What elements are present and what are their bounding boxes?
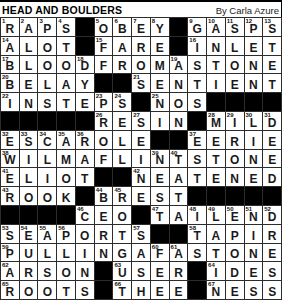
grid-cell[interactable]: 57S <box>132 225 150 243</box>
cell-letter: R <box>132 42 150 55</box>
grid-cell[interactable]: I <box>245 131 263 149</box>
grid-cell[interactable]: U <box>20 244 38 262</box>
grid-cell[interactable]: M <box>57 150 75 168</box>
cell-letter: E <box>76 98 94 111</box>
grid-cell[interactable]: 27S <box>132 112 150 130</box>
grid-cell[interactable]: 9G <box>188 18 206 36</box>
grid-cell[interactable]: O <box>38 187 56 205</box>
cell-letter: R <box>1 286 19 299</box>
grid-cell[interactable]: E <box>263 131 281 149</box>
grid-cell[interactable]: O <box>226 244 244 262</box>
grid-cell[interactable]: S <box>76 281 94 299</box>
cell-letter: T <box>207 154 225 167</box>
grid-cell[interactable]: O <box>20 281 38 299</box>
grid-cell[interactable]: E <box>132 187 150 205</box>
grid-cell[interactable]: 11S <box>226 18 244 36</box>
cell-letter: A <box>170 173 188 186</box>
grid-cell[interactable]: N <box>20 93 38 111</box>
cell-letter: E <box>151 42 169 55</box>
cell-letter: R <box>226 136 244 149</box>
grid-cell[interactable]: 12P <box>245 18 263 36</box>
grid-cell[interactable]: T <box>57 93 75 111</box>
cell-letter: E <box>151 286 169 299</box>
cell-letter: L <box>38 154 56 167</box>
grid-cell[interactable]: 47T <box>151 206 169 224</box>
cell-letter: T <box>207 248 225 261</box>
cell-letter: F <box>95 60 113 73</box>
grid-cell[interactable]: I <box>76 244 94 262</box>
grid-cell[interactable]: S <box>188 244 206 262</box>
black-cell <box>20 112 38 130</box>
cell-letter: I <box>20 154 38 167</box>
grid-cell[interactable]: L <box>113 150 131 168</box>
grid-cell[interactable]: A <box>113 37 131 55</box>
grid-cell[interactable]: S <box>188 93 206 111</box>
grid-cell[interactable]: 52D <box>263 206 281 224</box>
cell-letter: T <box>170 154 188 167</box>
cell-letter: N <box>151 154 169 167</box>
cell-letter: O <box>38 42 56 55</box>
grid-cell[interactable]: 24S <box>113 93 131 111</box>
cell-letter: R <box>113 60 131 73</box>
cell-letter: S <box>20 136 38 149</box>
cell-letter: O <box>38 60 56 73</box>
cell-letter: B <box>113 23 131 36</box>
grid-cell[interactable]: Y <box>76 74 94 92</box>
grid-cell[interactable]: N <box>245 56 263 74</box>
grid-cell[interactable]: E <box>263 56 281 74</box>
cell-letter: T <box>113 286 131 299</box>
cell-letter: A <box>1 42 19 55</box>
grid-cell[interactable]: 8Y <box>151 18 169 36</box>
grid-cell[interactable]: L <box>38 150 56 168</box>
grid-cell[interactable]: E <box>132 131 150 149</box>
cell-letter: S <box>188 60 206 73</box>
grid-cell[interactable]: R <box>20 262 38 280</box>
grid-cell[interactable]: 44B <box>95 187 113 205</box>
grid-cell[interactable]: F <box>95 150 113 168</box>
grid-cell[interactable]: O <box>170 93 188 111</box>
grid-cell[interactable]: D <box>226 262 244 280</box>
cell-letter: N <box>207 286 225 299</box>
grid-cell[interactable]: S <box>151 187 169 205</box>
grid-cell[interactable]: E <box>95 206 113 224</box>
grid-cell[interactable]: I <box>132 150 150 168</box>
puzzle-header: HEAD AND BOULDERS By Carla Azure <box>0 0 282 17</box>
grid-cell[interactable]: O <box>113 206 131 224</box>
grid-cell[interactable]: 23P <box>95 93 113 111</box>
grid-cell[interactable]: T <box>113 225 131 243</box>
grid-cell[interactable]: 63U <box>113 262 131 280</box>
grid-cell[interactable]: 67N <box>207 281 225 299</box>
grid-cell[interactable]: E <box>226 74 244 92</box>
grid-cell[interactable]: 46C <box>76 206 94 224</box>
grid-cell[interactable]: E <box>151 37 169 55</box>
grid-cell[interactable]: L <box>20 56 38 74</box>
cell-letter: A <box>170 60 188 73</box>
grid-cell[interactable]: L <box>113 131 131 149</box>
black-cell <box>170 37 188 55</box>
black-cell <box>76 187 94 205</box>
grid-cell[interactable]: I <box>38 168 56 186</box>
grid-cell[interactable]: E <box>263 150 281 168</box>
cell-letter: A <box>57 136 75 149</box>
black-cell <box>170 225 188 243</box>
cell-letter: O <box>76 230 94 243</box>
cell-letter: B <box>1 60 19 73</box>
grid-cell[interactable]: 65R <box>1 281 19 299</box>
grid-cell[interactable]: 64I <box>207 262 225 280</box>
grid-cell[interactable]: N <box>76 262 94 280</box>
cell-letter: S <box>113 98 131 111</box>
grid-cell[interactable]: E <box>151 74 169 92</box>
black-cell <box>20 206 38 224</box>
grid-cell[interactable]: N <box>207 37 225 55</box>
grid-cell[interactable]: O <box>76 225 94 243</box>
grid-cell[interactable]: S <box>245 281 263 299</box>
cell-letter: S <box>1 230 19 243</box>
grid-cell[interactable]: 34C <box>38 131 56 149</box>
grid-cell[interactable]: S <box>188 56 206 74</box>
grid-cell[interactable]: T <box>207 150 225 168</box>
grid-cell[interactable]: 29I <box>226 112 244 130</box>
black-cell <box>57 112 75 130</box>
grid-cell[interactable]: N <box>170 74 188 92</box>
grid-cell[interactable]: A <box>57 74 75 92</box>
grid-cell[interactable]: 18D <box>76 56 94 74</box>
grid-cell[interactable]: 48I <box>188 206 206 224</box>
grid-cell[interactable]: A <box>76 150 94 168</box>
cell-letter: O <box>57 267 75 280</box>
cell-letter: F <box>151 248 169 261</box>
grid-cell[interactable]: M <box>151 56 169 74</box>
grid-cell[interactable]: E <box>20 74 38 92</box>
cell-letter: E <box>207 173 225 186</box>
grid-cell[interactable]: R <box>226 131 244 149</box>
grid-cell[interactable]: E <box>207 168 225 186</box>
grid-cell[interactable]: 35A <box>57 131 75 149</box>
grid-cell[interactable]: 3P <box>38 18 56 36</box>
cell-letter: E <box>20 230 38 243</box>
grid-cell[interactable]: O <box>57 168 75 186</box>
cell-letter: A <box>170 248 188 261</box>
black-cell <box>95 74 113 92</box>
grid-cell[interactable]: R <box>113 56 131 74</box>
cell-letter: S <box>188 248 206 261</box>
grid-cell[interactable]: 16I <box>188 37 206 55</box>
cell-letter: D <box>263 211 281 224</box>
cell-letter: N <box>245 154 263 167</box>
cell-letter: G <box>113 248 131 261</box>
grid-cell[interactable]: 51N <box>245 206 263 224</box>
cell-letter: E <box>245 42 263 55</box>
cell-letter: A <box>38 230 56 243</box>
grid-cell[interactable]: E <box>113 112 131 130</box>
black-cell <box>76 112 94 130</box>
grid-cell[interactable]: 2A <box>20 18 38 36</box>
grid-cell[interactable]: 32E <box>1 131 19 149</box>
black-cell <box>76 18 94 36</box>
grid-cell[interactable]: T <box>188 74 206 92</box>
grid-cell[interactable]: S <box>38 262 56 280</box>
cell-letter: M <box>57 154 75 167</box>
cell-letter: P <box>1 248 19 261</box>
grid-cell[interactable]: 15F <box>95 37 113 55</box>
cell-letter: S <box>132 117 150 130</box>
cell-letter: E <box>245 173 263 186</box>
black-cell <box>132 206 150 224</box>
grid-cell[interactable]: L <box>20 168 38 186</box>
grid-cell[interactable]: 17B <box>1 56 19 74</box>
grid-cell[interactable]: H <box>132 281 150 299</box>
cell-letter: O <box>132 60 150 73</box>
grid-cell[interactable]: T <box>76 168 94 186</box>
cell-letter: T <box>263 42 281 55</box>
grid-cell[interactable]: A <box>170 206 188 224</box>
cell-letter: O <box>95 136 113 149</box>
grid-cell[interactable]: S <box>263 281 281 299</box>
grid-cell[interactable]: 66T <box>113 281 131 299</box>
cell-letter: N <box>245 60 263 73</box>
cell-letter: I <box>188 42 206 55</box>
grid-cell[interactable]: E <box>207 131 225 149</box>
puzzle-title: HEAD AND BOULDERS <box>2 4 122 16</box>
grid-cell[interactable]: O <box>226 150 244 168</box>
cell-letter: T <box>151 211 169 224</box>
cell-letter: O <box>38 286 56 299</box>
cell-letter: T <box>57 98 75 111</box>
grid-cell[interactable]: O <box>57 56 75 74</box>
cell-letter: E <box>132 136 150 149</box>
grid-cell[interactable]: F <box>95 56 113 74</box>
grid-cell[interactable]: E <box>245 37 263 55</box>
cell-letter: O <box>57 173 75 186</box>
grid-cell[interactable]: E <box>170 281 188 299</box>
grid-cell[interactable]: 41E <box>1 168 19 186</box>
grid-cell[interactable]: O <box>226 56 244 74</box>
grid-cell[interactable]: L <box>38 244 56 262</box>
cell-letter: E <box>226 211 244 224</box>
grid-cell[interactable]: T <box>207 244 225 262</box>
grid-cell[interactable]: E <box>245 262 263 280</box>
black-cell <box>263 187 281 205</box>
grid-cell[interactable]: L <box>226 37 244 55</box>
grid-cell[interactable]: R <box>95 225 113 243</box>
grid-cell[interactable]: 61A <box>170 244 188 262</box>
cell-letter: C <box>76 211 94 224</box>
black-cell <box>1 112 19 130</box>
grid-cell[interactable]: 36R <box>76 131 94 149</box>
grid-cell[interactable]: O <box>38 281 56 299</box>
cell-letter: T <box>57 42 75 55</box>
grid-cell[interactable]: 26R <box>95 112 113 130</box>
cell-letter: T <box>263 79 281 92</box>
grid-cell[interactable]: L <box>38 74 56 92</box>
grid-cell[interactable]: T <box>57 281 75 299</box>
grid-cell[interactable]: 58T <box>188 225 206 243</box>
grid-cell[interactable]: O <box>57 262 75 280</box>
grid-cell[interactable]: N <box>170 112 188 130</box>
grid-cell[interactable]: S <box>263 262 281 280</box>
grid-cell[interactable]: 60F <box>151 244 169 262</box>
black-cell <box>226 187 244 205</box>
cell-letter: A <box>57 79 75 92</box>
grid-cell[interactable]: I <box>151 112 169 130</box>
cell-letter: Y <box>76 79 94 92</box>
grid-cell[interactable]: 14A <box>1 37 19 55</box>
grid-cell[interactable]: 25N <box>151 93 169 111</box>
grid-cell[interactable]: 22I <box>1 93 19 111</box>
black-cell <box>151 131 169 149</box>
grid-cell[interactable]: 21S <box>132 74 150 92</box>
cell-letter: E <box>151 79 169 92</box>
grid-cell[interactable]: L <box>20 37 38 55</box>
grid-cell[interactable]: O <box>132 56 150 74</box>
cell-letter: L <box>226 42 244 55</box>
cell-letter: L <box>113 154 131 167</box>
grid-cell[interactable]: 10A <box>207 18 225 36</box>
grid-cell[interactable]: L <box>57 244 75 262</box>
grid-cell[interactable]: T <box>263 37 281 55</box>
grid-cell[interactable]: 28M <box>207 112 225 130</box>
grid-cell[interactable]: 53S <box>1 225 19 243</box>
black-cell <box>188 262 206 280</box>
cell-letter: S <box>226 23 244 36</box>
grid-cell[interactable]: E <box>151 281 169 299</box>
grid-cell[interactable]: S <box>38 93 56 111</box>
cell-letter: S <box>263 267 281 280</box>
grid-cell[interactable]: R <box>132 37 150 55</box>
cell-letter: R <box>263 230 281 243</box>
grid-cell[interactable]: E <box>151 262 169 280</box>
grid-cell[interactable]: T <box>57 37 75 55</box>
grid-cell[interactable]: N <box>245 74 263 92</box>
grid-cell[interactable]: E <box>263 244 281 262</box>
grid-cell[interactable]: R <box>263 225 281 243</box>
cell-letter: I <box>132 154 150 167</box>
grid-cell[interactable]: 38W <box>1 150 19 168</box>
cell-letter: A <box>113 42 131 55</box>
grid-cell[interactable]: 42N <box>132 168 150 186</box>
cell-letter: L <box>38 248 56 261</box>
grid-cell[interactable]: 19A <box>170 56 188 74</box>
grid-cell[interactable]: 43R <box>1 187 19 205</box>
grid-cell[interactable]: 49L <box>207 206 225 224</box>
grid-cell[interactable]: E <box>245 168 263 186</box>
grid-cell[interactable]: O <box>38 56 56 74</box>
grid-cell[interactable]: 55A <box>38 225 56 243</box>
grid-cell[interactable]: I <box>20 150 38 168</box>
grid-cell[interactable]: P <box>226 225 244 243</box>
grid-cell[interactable]: 13S <box>263 18 281 36</box>
grid-cell[interactable]: D <box>263 168 281 186</box>
grid-cell[interactable]: N <box>245 244 263 262</box>
cell-letter: L <box>38 79 56 92</box>
grid-cell[interactable]: A <box>132 244 150 262</box>
grid-cell[interactable]: G <box>113 244 131 262</box>
cell-letter: I <box>151 117 169 130</box>
cell-letter: A <box>207 230 225 243</box>
grid-cell[interactable]: 54E <box>20 225 38 243</box>
grid-cell[interactable]: 45R <box>113 187 131 205</box>
grid-cell[interactable]: K <box>57 187 75 205</box>
cell-letter: D <box>263 117 281 130</box>
grid-cell[interactable]: N <box>95 244 113 262</box>
grid-cell[interactable]: N <box>226 168 244 186</box>
black-cell <box>95 168 113 186</box>
black-cell <box>226 93 244 111</box>
cell-letter: T <box>170 192 188 205</box>
grid-cell[interactable]: 56P <box>57 225 75 243</box>
cell-letter: R <box>1 23 19 36</box>
grid-cell[interactable]: T <box>170 187 188 205</box>
grid-cell[interactable]: I <box>207 74 225 92</box>
grid-cell[interactable]: S <box>188 150 206 168</box>
grid-cell[interactable]: 39N <box>151 150 169 168</box>
grid-cell[interactable]: 20B <box>1 74 19 92</box>
grid-cell[interactable]: A <box>170 168 188 186</box>
grid-cell[interactable]: 37E <box>188 131 206 149</box>
cell-letter: I <box>245 136 263 149</box>
cell-letter: B <box>95 192 113 205</box>
grid-cell[interactable]: R <box>170 262 188 280</box>
grid-cell[interactable]: T <box>188 168 206 186</box>
grid-cell[interactable]: 7E <box>132 18 150 36</box>
grid-cell[interactable]: T <box>263 74 281 92</box>
grid-cell[interactable]: I <box>245 225 263 243</box>
cell-letter: T <box>76 173 94 186</box>
cell-letter: P <box>57 230 75 243</box>
cell-letter: S <box>38 267 56 280</box>
grid-cell[interactable]: E <box>151 168 169 186</box>
cell-letter: S <box>245 286 263 299</box>
cell-letter: O <box>20 192 38 205</box>
grid-cell[interactable]: 6B <box>113 18 131 36</box>
grid-cell[interactable]: 1R <box>1 18 19 36</box>
grid-cell[interactable]: 33S <box>20 131 38 149</box>
grid-cell[interactable]: 40T <box>170 150 188 168</box>
grid-cell[interactable]: 5O <box>95 18 113 36</box>
cell-letter: S <box>76 286 94 299</box>
cell-letter: N <box>170 79 188 92</box>
grid-cell[interactable]: O <box>20 187 38 205</box>
grid-cell[interactable]: S <box>132 262 150 280</box>
black-cell <box>95 262 113 280</box>
grid-cell[interactable]: 62A <box>1 262 19 280</box>
black-cell <box>188 281 206 299</box>
grid-cell[interactable]: 31D <box>263 112 281 130</box>
cell-letter: F <box>95 154 113 167</box>
grid-cell[interactable]: O <box>95 131 113 149</box>
grid-cell[interactable]: N <box>245 150 263 168</box>
grid-cell[interactable]: E <box>226 281 244 299</box>
grid-cell[interactable]: 59P <box>1 244 19 262</box>
black-cell <box>1 206 19 224</box>
cell-letter: A <box>132 248 150 261</box>
cell-letter: I <box>207 267 225 280</box>
grid-cell[interactable]: 30L <box>245 112 263 130</box>
grid-cell[interactable]: O <box>38 37 56 55</box>
cell-letter: T <box>207 60 225 73</box>
grid-cell[interactable]: 4S <box>57 18 75 36</box>
black-cell <box>188 187 206 205</box>
grid-cell[interactable]: 50E <box>226 206 244 224</box>
cell-letter: Y <box>151 23 169 36</box>
cell-letter: N <box>245 248 263 261</box>
grid-cell[interactable]: A <box>207 225 225 243</box>
grid-cell[interactable]: T <box>207 56 225 74</box>
grid-cell[interactable]: E <box>76 93 94 111</box>
